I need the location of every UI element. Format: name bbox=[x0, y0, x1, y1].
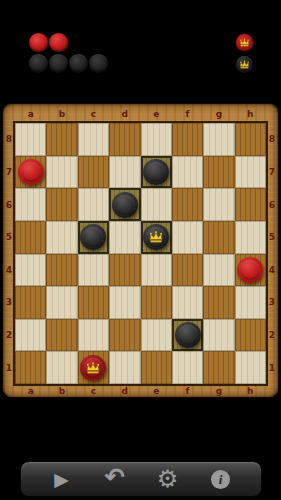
gear-icon: ⚙ bbox=[157, 467, 179, 491]
piece-black-man-d6[interactable] bbox=[112, 192, 138, 218]
square-a1[interactable] bbox=[15, 351, 46, 384]
file-label-b: b bbox=[46, 106, 77, 122]
crown-icon bbox=[239, 60, 250, 69]
piece-red-man-h4[interactable] bbox=[237, 257, 263, 283]
file-label-a: a bbox=[15, 384, 46, 397]
square-a3[interactable] bbox=[15, 286, 46, 319]
rank-label-3: 3 bbox=[3, 286, 15, 319]
red-king-indicator bbox=[236, 34, 253, 51]
rank-label-6: 6 bbox=[266, 188, 278, 221]
piece-red-king-c1[interactable] bbox=[80, 355, 106, 381]
file-label-f: f bbox=[172, 384, 203, 397]
square-b2[interactable] bbox=[46, 319, 77, 352]
piece-black-man-f2[interactable] bbox=[175, 322, 201, 348]
square-a8[interactable] bbox=[15, 123, 46, 156]
square-f6[interactable] bbox=[172, 188, 203, 221]
file-label-e: e bbox=[141, 384, 172, 397]
file-label-e: e bbox=[141, 106, 172, 122]
captured-pieces-tray bbox=[29, 33, 108, 75]
file-label-h: h bbox=[235, 106, 266, 122]
captured-black-piece bbox=[69, 54, 88, 73]
square-d1[interactable] bbox=[109, 351, 140, 384]
piece-red-man-a7[interactable] bbox=[18, 159, 44, 185]
square-g3[interactable] bbox=[203, 286, 234, 319]
square-d3[interactable] bbox=[109, 286, 140, 319]
captured-red-piece bbox=[29, 33, 48, 52]
square-c6[interactable] bbox=[78, 188, 109, 221]
square-h8[interactable] bbox=[235, 123, 266, 156]
captured-black-piece bbox=[29, 54, 48, 73]
captured-black-piece bbox=[49, 54, 68, 73]
square-c3[interactable] bbox=[78, 286, 109, 319]
file-label-c: c bbox=[78, 106, 109, 122]
square-e2[interactable] bbox=[141, 319, 172, 352]
square-h2[interactable] bbox=[235, 319, 266, 352]
square-f5[interactable] bbox=[172, 221, 203, 254]
square-h3[interactable] bbox=[235, 286, 266, 319]
rank-labels-left: 87654321 bbox=[3, 123, 15, 384]
square-c4[interactable] bbox=[78, 254, 109, 287]
square-a2[interactable] bbox=[15, 319, 46, 352]
rank-label-3: 3 bbox=[266, 286, 278, 319]
file-label-d: d bbox=[109, 106, 140, 122]
square-h7[interactable] bbox=[235, 156, 266, 189]
rank-label-7: 7 bbox=[3, 156, 15, 189]
rank-label-8: 8 bbox=[266, 123, 278, 156]
square-f4[interactable] bbox=[172, 254, 203, 287]
rank-label-5: 5 bbox=[266, 221, 278, 254]
square-g7[interactable] bbox=[203, 156, 234, 189]
square-e6[interactable] bbox=[141, 188, 172, 221]
rank-label-7: 7 bbox=[266, 156, 278, 189]
square-h5[interactable] bbox=[235, 221, 266, 254]
square-a4[interactable] bbox=[15, 254, 46, 287]
piece-black-man-e7[interactable] bbox=[143, 159, 169, 185]
file-label-h: h bbox=[235, 384, 266, 397]
square-b4[interactable] bbox=[46, 254, 77, 287]
file-labels-top: abcdefgh bbox=[15, 106, 266, 122]
settings-button[interactable]: ⚙ bbox=[151, 462, 185, 496]
play-button[interactable]: ▶ bbox=[45, 462, 79, 496]
app-screen: abcdefgh abcdefgh 87654321 87654321 ▶ ↶ … bbox=[0, 0, 281, 500]
square-g1[interactable] bbox=[203, 351, 234, 384]
rank-label-6: 6 bbox=[3, 188, 15, 221]
square-f7[interactable] bbox=[172, 156, 203, 189]
captured-red-piece bbox=[49, 33, 68, 52]
rank-label-1: 1 bbox=[3, 351, 15, 384]
square-c5[interactable] bbox=[78, 221, 109, 254]
square-b5[interactable] bbox=[46, 221, 77, 254]
square-a6[interactable] bbox=[15, 188, 46, 221]
square-b7[interactable] bbox=[46, 156, 77, 189]
square-e5[interactable] bbox=[141, 221, 172, 254]
undo-button[interactable]: ↶ bbox=[98, 462, 132, 496]
square-d6[interactable] bbox=[109, 188, 140, 221]
file-labels-bottom: abcdefgh bbox=[15, 384, 266, 397]
square-a7[interactable] bbox=[15, 156, 46, 189]
file-label-b: b bbox=[46, 384, 77, 397]
square-f1[interactable] bbox=[172, 351, 203, 384]
square-b6[interactable] bbox=[46, 188, 77, 221]
rank-label-2: 2 bbox=[3, 319, 15, 352]
square-d8[interactable] bbox=[109, 123, 140, 156]
crown-icon bbox=[239, 38, 250, 47]
file-label-d: d bbox=[109, 384, 140, 397]
info-button[interactable]: i bbox=[204, 462, 238, 496]
square-c2[interactable] bbox=[78, 319, 109, 352]
play-icon: ▶ bbox=[54, 470, 69, 489]
undo-icon: ↶ bbox=[104, 465, 124, 489]
square-d7[interactable] bbox=[109, 156, 140, 189]
board: abcdefgh abcdefgh 87654321 87654321 bbox=[2, 103, 279, 398]
square-e4[interactable] bbox=[141, 254, 172, 287]
square-c1[interactable] bbox=[78, 351, 109, 384]
square-f3[interactable] bbox=[172, 286, 203, 319]
rank-label-4: 4 bbox=[3, 254, 15, 287]
square-g6[interactable] bbox=[203, 188, 234, 221]
file-label-a: a bbox=[15, 106, 46, 122]
square-g8[interactable] bbox=[203, 123, 234, 156]
file-label-c: c bbox=[78, 384, 109, 397]
square-e7[interactable] bbox=[141, 156, 172, 189]
black-king-indicator bbox=[236, 56, 253, 73]
square-b8[interactable] bbox=[46, 123, 77, 156]
rank-label-4: 4 bbox=[266, 254, 278, 287]
square-d4[interactable] bbox=[109, 254, 140, 287]
square-e1[interactable] bbox=[141, 351, 172, 384]
toolbar: ▶ ↶ ⚙ i bbox=[20, 461, 262, 497]
file-label-g: g bbox=[203, 384, 234, 397]
square-e8[interactable] bbox=[141, 123, 172, 156]
square-h1[interactable] bbox=[235, 351, 266, 384]
square-g5[interactable] bbox=[203, 221, 234, 254]
rank-label-1: 1 bbox=[266, 351, 278, 384]
square-h6[interactable] bbox=[235, 188, 266, 221]
square-g4[interactable] bbox=[203, 254, 234, 287]
square-h4[interactable] bbox=[235, 254, 266, 287]
crown-icon bbox=[148, 231, 164, 243]
rank-label-5: 5 bbox=[3, 221, 15, 254]
info-icon: i bbox=[211, 470, 230, 489]
square-g2[interactable] bbox=[203, 319, 234, 352]
board-grid bbox=[15, 123, 266, 384]
piece-black-king-e5[interactable] bbox=[143, 224, 169, 250]
square-f8[interactable] bbox=[172, 123, 203, 156]
square-a5[interactable] bbox=[15, 221, 46, 254]
rank-label-8: 8 bbox=[3, 123, 15, 156]
square-c8[interactable] bbox=[78, 123, 109, 156]
square-b3[interactable] bbox=[46, 286, 77, 319]
file-label-f: f bbox=[172, 106, 203, 122]
captured-red-row bbox=[29, 33, 108, 52]
king-indicators bbox=[236, 34, 253, 73]
file-label-g: g bbox=[203, 106, 234, 122]
square-c7[interactable] bbox=[78, 156, 109, 189]
square-d5[interactable] bbox=[109, 221, 140, 254]
rank-labels-right: 87654321 bbox=[266, 123, 278, 384]
piece-black-man-c5[interactable] bbox=[80, 224, 106, 250]
captured-black-row bbox=[29, 54, 108, 73]
captured-black-piece bbox=[89, 54, 108, 73]
square-d2[interactable] bbox=[109, 319, 140, 352]
square-f2[interactable] bbox=[172, 319, 203, 352]
rank-label-2: 2 bbox=[266, 319, 278, 352]
square-b1[interactable] bbox=[46, 351, 77, 384]
crown-icon bbox=[85, 362, 101, 374]
square-e3[interactable] bbox=[141, 286, 172, 319]
